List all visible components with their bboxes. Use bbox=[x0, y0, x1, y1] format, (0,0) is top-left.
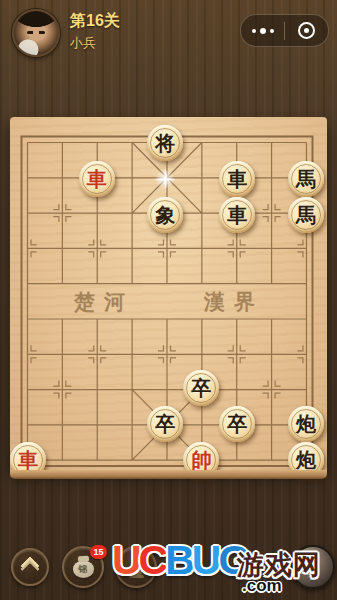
piece-glyph: 卒 bbox=[191, 378, 211, 398]
more-button[interactable] bbox=[241, 15, 284, 46]
piece-glyph: 車 bbox=[18, 450, 38, 470]
tips-bag-button[interactable]: 锦 15 bbox=[62, 546, 104, 588]
piece-glyph: 帥 bbox=[191, 450, 211, 470]
piece-black-車[interactable]: 車 bbox=[219, 161, 255, 197]
board-bevel bbox=[10, 470, 327, 479]
piece-glyph: 象 bbox=[155, 205, 175, 225]
more-dots-icon bbox=[270, 29, 274, 33]
money-bag-icon: 锦 bbox=[73, 561, 94, 578]
piece-black-車[interactable]: 車 bbox=[219, 197, 255, 233]
avatar-hair bbox=[12, 9, 60, 27]
piece-glyph: 卒 bbox=[227, 414, 247, 434]
piece-glyph: 炮 bbox=[296, 414, 316, 434]
more-dots-icon bbox=[252, 29, 256, 33]
trophy-icon bbox=[131, 560, 142, 575]
piece-black-卒[interactable]: 卒 bbox=[219, 406, 255, 442]
more-dots-icon bbox=[260, 28, 266, 34]
miniprogram-capsule bbox=[240, 14, 329, 47]
piece-layer: 将車車馬象車馬卒卒卒炮車帥炮 bbox=[10, 125, 324, 478]
watermark-letter: B bbox=[165, 537, 192, 583]
sparkle-effect bbox=[151, 165, 179, 193]
piece-glyph: 将 bbox=[155, 133, 175, 153]
tips-count-badge: 15 bbox=[90, 545, 107, 559]
piece-black-象[interactable]: 象 bbox=[147, 197, 183, 233]
piece-glyph: 馬 bbox=[296, 205, 316, 225]
rank-label: 小兵 bbox=[70, 36, 120, 49]
piece-black-馬[interactable]: 馬 bbox=[288, 197, 324, 233]
collapse-button[interactable] bbox=[11, 548, 49, 586]
target-icon bbox=[298, 22, 315, 39]
piece-black-炮[interactable]: 炮 bbox=[288, 406, 324, 442]
game-screen: 第16关 小兵 楚河 漢界 将車車馬象車馬卒卒卒炮車帥炮 锦 15 bbox=[0, 0, 337, 600]
piece-glyph: 卒 bbox=[155, 414, 175, 434]
piece-glyph: 車 bbox=[227, 205, 247, 225]
piece-black-卒[interactable]: 卒 bbox=[147, 406, 183, 442]
right-round-button[interactable] bbox=[291, 545, 335, 589]
level-info: 第16关 小兵 bbox=[70, 13, 120, 49]
extra-button[interactable] bbox=[115, 546, 157, 588]
level-label: 第16关 bbox=[70, 13, 120, 29]
avatar-eyes bbox=[27, 31, 45, 34]
bag-glyph: 锦 bbox=[73, 565, 94, 574]
piece-glyph: 炮 bbox=[296, 450, 316, 470]
piece-glyph: 車 bbox=[87, 169, 107, 189]
exit-button[interactable] bbox=[285, 15, 328, 46]
watermark-letter: G bbox=[218, 537, 247, 583]
piece-glyph: 馬 bbox=[296, 169, 316, 189]
piece-black-馬[interactable]: 馬 bbox=[288, 161, 324, 197]
xiangqi-board: 楚河 漢界 将車車馬象車馬卒卒卒炮車帥炮 bbox=[10, 117, 327, 470]
piece-black-将[interactable]: 将 bbox=[147, 125, 183, 161]
piece-black-卒[interactable]: 卒 bbox=[183, 370, 219, 406]
piece-red-車[interactable]: 車 bbox=[79, 161, 115, 197]
watermark: UCBUG 游戏网 .com bbox=[0, 538, 337, 600]
watermark-letter: U bbox=[192, 537, 219, 583]
piece-glyph: 車 bbox=[227, 169, 247, 189]
watermark-domain: .com bbox=[242, 576, 282, 596]
avatar[interactable] bbox=[12, 9, 60, 57]
